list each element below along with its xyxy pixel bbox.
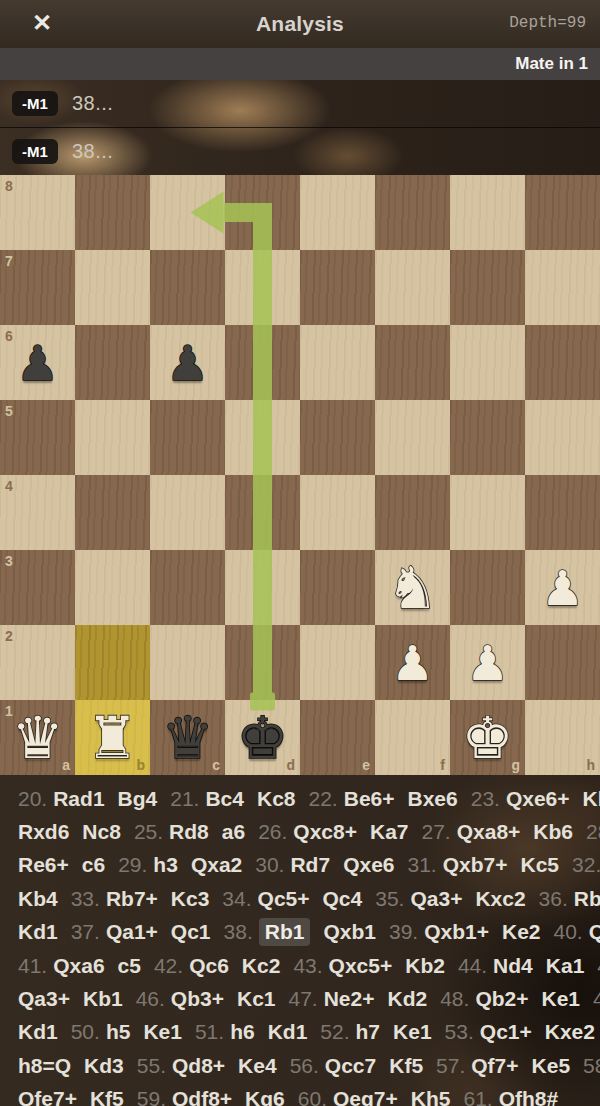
move-line-8: Kd150.h5Ke151.h6Kd152.h7Ke153.Qc1+Kxe254… xyxy=(18,1016,600,1049)
move-number: 29. xyxy=(118,853,147,877)
move[interactable]: Kxc2 xyxy=(475,887,525,911)
square-b4[interactable] xyxy=(75,475,150,550)
square-e8[interactable] xyxy=(300,175,375,250)
move[interactable]: Qb3+ xyxy=(171,987,224,1011)
piece-white-queen[interactable]: ♛ xyxy=(12,703,64,773)
square-g2[interactable]: ♟ xyxy=(450,625,525,700)
square-d5[interactable] xyxy=(225,400,300,475)
move-number: 26. xyxy=(258,820,287,844)
square-h1[interactable]: h xyxy=(525,700,600,775)
move[interactable]: Bg4 xyxy=(118,787,158,811)
move[interactable]: h8=Q xyxy=(18,1054,71,1078)
square-d1[interactable]: d♚ xyxy=(225,700,300,775)
square-a7[interactable]: 7 xyxy=(0,250,75,325)
square-h4[interactable] xyxy=(525,475,600,550)
move-number: 28. xyxy=(586,820,600,844)
move[interactable]: Ka7 xyxy=(370,820,409,844)
engine-line-1[interactable]: -M1 38... xyxy=(0,80,600,128)
move[interactable]: Ne2+ xyxy=(324,987,375,1011)
move[interactable]: Qf7+ xyxy=(471,1054,518,1078)
move[interactable]: Qxa2 xyxy=(191,853,242,877)
move[interactable]: Rd8 xyxy=(169,820,209,844)
square-e4[interactable] xyxy=(300,475,375,550)
square-c8[interactable] xyxy=(150,175,225,250)
move-number: 31. xyxy=(408,853,437,877)
move-number: 46. xyxy=(136,987,165,1011)
file-label-f: f xyxy=(440,758,445,772)
move[interactable]: Qc4 xyxy=(323,887,363,911)
square-a1[interactable]: 1a♛ xyxy=(0,700,75,775)
move[interactable]: Rb7+ xyxy=(106,887,158,911)
move-line-9: h8=QKd355.Qd8+Ke456.Qcc7Kf557.Qf7+Ke558. xyxy=(18,1049,600,1082)
square-d2[interactable] xyxy=(225,625,300,700)
move[interactable]: Qxc8+ xyxy=(293,820,357,844)
move[interactable]: Bc4 xyxy=(205,787,244,811)
move-number: 61. xyxy=(463,1087,492,1106)
move-number: 38. xyxy=(224,920,253,944)
move[interactable]: Qa1+ xyxy=(106,920,158,944)
square-g8[interactable] xyxy=(450,175,525,250)
move[interactable]: a6 xyxy=(222,820,245,844)
move-line-6: 41.Qxa6c542.Qc6Kc243.Qxc5+Kb244.Nd4Ka145… xyxy=(18,949,600,982)
square-c7[interactable] xyxy=(150,250,225,325)
square-h2[interactable] xyxy=(525,625,600,700)
move[interactable]: Kd1 xyxy=(18,920,58,944)
square-e7[interactable] xyxy=(300,250,375,325)
engine-line-2[interactable]: -M1 38... xyxy=(0,128,600,175)
move-line-1: 20.Rad1Bg421.Bc4Kc822.Be6+Bxe623.Qxe6+Kb… xyxy=(18,782,600,815)
piece-black-pawn[interactable]: ♟ xyxy=(16,328,59,398)
move[interactable]: Qc5+ xyxy=(258,887,310,911)
move[interactable]: Kb8 xyxy=(583,787,600,811)
rank-label-8: 8 xyxy=(5,179,13,193)
move-number: 57. xyxy=(436,1054,465,1078)
square-g6[interactable] xyxy=(450,325,525,400)
close-icon[interactable]: ✕ xyxy=(32,9,52,37)
move[interactable]: Ka1 xyxy=(546,954,585,978)
move[interactable]: Kb4 xyxy=(18,887,58,911)
move-list: 20.Rad1Bg421.Bc4Kc822.Be6+Bxe623.Qxe6+Kb… xyxy=(0,775,600,1106)
move-number: 59. xyxy=(137,1087,166,1106)
move[interactable]: Nc8 xyxy=(82,820,121,844)
mate-in-label: Mate in 1 xyxy=(515,54,588,74)
move-number: 53. xyxy=(445,1020,474,1044)
piece-white-pawn[interactable]: ♟ xyxy=(391,628,434,698)
move[interactable]: Kb2 xyxy=(405,954,445,978)
square-d7[interactable] xyxy=(225,250,300,325)
move[interactable]: h5 xyxy=(106,1020,131,1044)
square-g7[interactable] xyxy=(450,250,525,325)
move[interactable]: Qxe6+ xyxy=(506,787,570,811)
piece-black-king[interactable]: ♚ xyxy=(237,703,289,773)
move-number: 37. xyxy=(71,920,100,944)
move[interactable]: Nd4 xyxy=(493,954,533,978)
square-g5[interactable] xyxy=(450,400,525,475)
square-f6[interactable] xyxy=(375,325,450,400)
move[interactable]: h3 xyxy=(153,853,178,877)
move[interactable]: Kh5 xyxy=(411,1087,451,1106)
chess-board: 876♟♟543♞♟2♟♟1a♛b♜c♛d♚efg♚h xyxy=(0,175,600,775)
square-c5[interactable] xyxy=(150,400,225,475)
piece-black-pawn[interactable]: ♟ xyxy=(166,328,209,398)
move[interactable]: Be6+ xyxy=(344,787,395,811)
square-f2[interactable]: ♟ xyxy=(375,625,450,700)
square-c1[interactable]: c♛ xyxy=(150,700,225,775)
move[interactable]: Kc3 xyxy=(171,887,210,911)
square-d6[interactable] xyxy=(225,325,300,400)
move[interactable]: c6 xyxy=(82,853,105,877)
move-line-2: Rxd6Nc825.Rd8a626.Qxc8+Ka727.Qxa8+Kb628. xyxy=(18,815,600,848)
piece-white-pawn[interactable]: ♟ xyxy=(466,628,509,698)
eval-badge: -M1 xyxy=(12,91,58,116)
square-b8[interactable] xyxy=(75,175,150,250)
move[interactable]: Ke1 xyxy=(542,987,581,1011)
square-b5[interactable] xyxy=(75,400,150,475)
move-number: 58. xyxy=(583,1054,600,1078)
move[interactable]: Ke1 xyxy=(393,1020,432,1044)
square-b3[interactable] xyxy=(75,550,150,625)
move[interactable]: Kd1 xyxy=(268,1020,308,1044)
move[interactable]: Qfh8# xyxy=(499,1087,559,1106)
square-c6[interactable]: ♟ xyxy=(150,325,225,400)
move-number: 50. xyxy=(71,1020,100,1044)
move[interactable]: c5 xyxy=(118,954,141,978)
move-number: 56. xyxy=(290,1054,319,1078)
move-number: 25. xyxy=(134,820,163,844)
move-number: 34. xyxy=(222,887,251,911)
square-f8[interactable] xyxy=(375,175,450,250)
square-f1[interactable]: f xyxy=(375,700,450,775)
square-d8[interactable] xyxy=(225,175,300,250)
move-number: 23. xyxy=(471,787,500,811)
move[interactable]: Qxb1 xyxy=(323,920,376,944)
move[interactable]: Kc1 xyxy=(237,987,276,1011)
square-f5[interactable] xyxy=(375,400,450,475)
move[interactable]: Qdf8+ xyxy=(172,1087,232,1106)
move-number: 21. xyxy=(170,787,199,811)
move-number: 44. xyxy=(458,954,487,978)
move-number: 40. xyxy=(554,920,583,944)
move[interactable]: Rad1 xyxy=(53,787,104,811)
square-h3[interactable]: ♟ xyxy=(525,550,600,625)
square-f7[interactable] xyxy=(375,250,450,325)
square-a3[interactable]: 3 xyxy=(0,550,75,625)
move[interactable]: Ke1 xyxy=(143,1020,182,1044)
move-number: 33. xyxy=(71,887,100,911)
move-number: 32. xyxy=(572,853,600,877)
move[interactable]: Kc5 xyxy=(521,853,560,877)
move[interactable]: Qb6 xyxy=(589,920,600,944)
move[interactable]: Ke4 xyxy=(238,1054,277,1078)
move-number: 55. xyxy=(137,1054,166,1078)
rank-label-2: 2 xyxy=(5,629,13,643)
top-header: ✕ Analysis Depth=99 xyxy=(0,0,600,48)
square-e1[interactable]: e xyxy=(300,700,375,775)
move-number: 60. xyxy=(298,1087,327,1106)
move[interactable]: Qd8+ xyxy=(172,1054,225,1078)
move[interactable]: Kc2 xyxy=(242,954,281,978)
square-e3[interactable] xyxy=(300,550,375,625)
rank-label-3: 3 xyxy=(5,554,13,568)
rank-label-5: 5 xyxy=(5,404,13,418)
evaluation-status-bar: Mate in 1 xyxy=(0,48,600,80)
square-b7[interactable] xyxy=(75,250,150,325)
move-number: 20. xyxy=(18,787,47,811)
move[interactable]: Kf5 xyxy=(90,1087,124,1106)
principal-variation: 38... xyxy=(72,140,113,163)
square-d3[interactable] xyxy=(225,550,300,625)
square-h6[interactable] xyxy=(525,325,600,400)
move-line-10: Qfe7+Kf559.Qdf8+Kg660.Qeg7+Kh561.Qfh8# xyxy=(18,1083,600,1106)
move[interactable]: Kf5 xyxy=(389,1054,423,1078)
square-g3[interactable] xyxy=(450,550,525,625)
square-c3[interactable] xyxy=(150,550,225,625)
move[interactable]: Qb2+ xyxy=(475,987,528,1011)
move[interactable]: Qxa8+ xyxy=(457,820,521,844)
square-a6[interactable]: 6♟ xyxy=(0,325,75,400)
square-d4[interactable] xyxy=(225,475,300,550)
piece-white-pawn[interactable]: ♟ xyxy=(541,553,584,623)
move-line-5: Kd137.Qa1+Qc138.Rb1Qxb139.Qxb1+Ke240.Qb6… xyxy=(18,916,600,949)
move[interactable]: Rxd6 xyxy=(18,820,69,844)
move-number: 30. xyxy=(255,853,284,877)
piece-white-knight[interactable]: ♞ xyxy=(387,553,439,623)
move-number: 48. xyxy=(440,987,469,1011)
move[interactable]: h7 xyxy=(356,1020,381,1044)
move-number: 51. xyxy=(195,1020,224,1044)
move-line-3: Re6+c629.h3Qxa230.Rd7Qxe631.Qxb7+Kc532.Q… xyxy=(18,849,600,882)
move[interactable]: Qxe6 xyxy=(343,853,394,877)
move[interactable]: Qeg7+ xyxy=(333,1087,398,1106)
move[interactable]: Re6+ xyxy=(18,853,69,877)
square-e2[interactable] xyxy=(300,625,375,700)
move[interactable]: Kxe2 xyxy=(545,1020,595,1044)
move[interactable]: h6 xyxy=(230,1020,255,1044)
piece-white-rook[interactable]: ♜ xyxy=(87,703,139,773)
square-a2[interactable]: 2 xyxy=(0,625,75,700)
move[interactable]: Kb6 xyxy=(533,820,573,844)
rank-label-6: 6 xyxy=(5,329,13,343)
move[interactable]: Bxe6 xyxy=(408,787,458,811)
rank-label-4: 4 xyxy=(5,479,13,493)
move-number: 52. xyxy=(320,1020,349,1044)
analysis-screen: ✕ Analysis Depth=99 Mate in 1 -M1 38... … xyxy=(0,0,600,1106)
move-number: 43. xyxy=(293,954,322,978)
square-f4[interactable] xyxy=(375,475,450,550)
square-a5[interactable]: 5 xyxy=(0,400,75,475)
square-e6[interactable] xyxy=(300,325,375,400)
principal-variation: 38... xyxy=(72,92,113,115)
square-c4[interactable] xyxy=(150,475,225,550)
move-line-7: Qa3+Kb146.Qb3+Kc147.Ne2+Kd248.Qb2+Ke149.… xyxy=(18,982,600,1015)
move[interactable]: Ke5 xyxy=(532,1054,571,1078)
rank-label-7: 7 xyxy=(5,254,13,268)
move[interactable]: Kg6 xyxy=(245,1087,285,1106)
square-e5[interactable] xyxy=(300,400,375,475)
engine-lines-panel: -M1 38... -M1 38... xyxy=(0,80,600,175)
move[interactable]: Ke2 xyxy=(502,920,541,944)
move-number: 41. xyxy=(18,954,47,978)
move[interactable]: Qxa6 xyxy=(53,954,104,978)
eval-badge: -M1 xyxy=(12,139,58,164)
move[interactable]: Qa3+ xyxy=(410,887,462,911)
move-number: 47. xyxy=(289,987,318,1011)
move[interactable]: Rd7 xyxy=(290,853,330,877)
move-number: 39. xyxy=(389,920,418,944)
move[interactable]: Kc8 xyxy=(257,787,296,811)
square-a4[interactable]: 4 xyxy=(0,475,75,550)
move-number: 49. xyxy=(593,987,600,1011)
square-b6[interactable] xyxy=(75,325,150,400)
square-g1[interactable]: g♚ xyxy=(450,700,525,775)
move-line-4: Kb433.Rb7+Kc334.Qc5+Qc435.Qa3+Kxc236.Rb2… xyxy=(18,882,600,915)
move-number: 22. xyxy=(309,787,338,811)
square-b2[interactable] xyxy=(75,625,150,700)
move[interactable]: Kb1 xyxy=(83,987,123,1011)
move[interactable]: Qc1+ xyxy=(480,1020,532,1044)
piece-black-queen[interactable]: ♛ xyxy=(162,703,214,773)
move[interactable]: Qxc5+ xyxy=(329,954,393,978)
move[interactable]: Kd1 xyxy=(18,1020,58,1044)
move[interactable]: Rb2+ xyxy=(574,887,600,911)
square-h8[interactable] xyxy=(525,175,600,250)
move[interactable]: Qxb1+ xyxy=(424,920,489,944)
move[interactable]: Qfe7+ xyxy=(18,1087,77,1106)
current-move[interactable]: Rb1 xyxy=(259,918,311,946)
move[interactable]: Qa3+ xyxy=(18,987,70,1011)
move-number: 35. xyxy=(375,887,404,911)
piece-white-king[interactable]: ♚ xyxy=(462,703,514,773)
square-f3[interactable]: ♞ xyxy=(375,550,450,625)
move-number: 27. xyxy=(422,820,451,844)
square-g4[interactable] xyxy=(450,475,525,550)
move[interactable]: Kd3 xyxy=(84,1054,124,1078)
square-c2[interactable] xyxy=(150,625,225,700)
square-b1[interactable]: b♜ xyxy=(75,700,150,775)
move[interactable]: Kd2 xyxy=(388,987,428,1011)
engine-depth-label: Depth=99 xyxy=(509,14,586,32)
move[interactable]: Qcc7 xyxy=(325,1054,376,1078)
file-label-e: e xyxy=(362,758,370,772)
move[interactable]: Qc1 xyxy=(171,920,211,944)
file-label-h: h xyxy=(586,758,595,772)
square-a8[interactable]: 8 xyxy=(0,175,75,250)
move[interactable]: Qc6 xyxy=(189,954,229,978)
move-number: 36. xyxy=(539,887,568,911)
square-h5[interactable] xyxy=(525,400,600,475)
move-number: 42. xyxy=(154,954,183,978)
move[interactable]: Qxb7+ xyxy=(443,853,508,877)
square-h7[interactable] xyxy=(525,250,600,325)
